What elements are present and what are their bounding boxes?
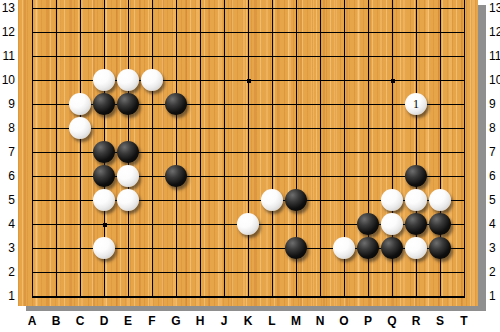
stone-black-M5 [285, 189, 307, 211]
coord-col-O: O [332, 312, 356, 330]
coord-col-D: D [92, 312, 116, 330]
stone-black-D7 [93, 141, 115, 163]
coord-row-right-7: 7 [489, 144, 500, 160]
grid-line-row-2 [32, 272, 465, 273]
coord-col-F: F [140, 312, 164, 330]
grid-line-row-8 [32, 128, 465, 129]
coord-col-Q: Q [380, 312, 404, 330]
grid-line-col-N [320, 0, 321, 298]
coord-col-E: E [116, 312, 140, 330]
coord-col-C: C [68, 312, 92, 330]
grid-line-col-A [32, 0, 33, 298]
stone-black-M3 [285, 237, 307, 259]
coord-col-J: J [212, 312, 236, 330]
coord-col-P: P [356, 312, 380, 330]
coord-row-left-6: 6 [0, 168, 15, 184]
coord-col-A: A [20, 312, 44, 330]
coord-row-right-3: 3 [489, 240, 500, 256]
star-point-D4 [103, 223, 107, 227]
stone-black-Q3 [381, 237, 403, 259]
coord-row-left-3: 3 [0, 240, 15, 256]
stone-white-D5 [93, 189, 115, 211]
coord-col-N: N [308, 312, 332, 330]
coord-col-K: K [236, 312, 260, 330]
stone-white-E5 [117, 189, 139, 211]
stone-black-S4 [429, 213, 451, 235]
coord-row-left-7: 7 [0, 144, 15, 160]
stone-white-R9: 1 [405, 93, 427, 115]
coord-row-left-8: 8 [0, 120, 15, 136]
stone-white-R3 [405, 237, 427, 259]
stone-white-C8 [69, 117, 91, 139]
coord-row-right-5: 5 [489, 192, 500, 208]
grid-line-row-13 [32, 8, 465, 9]
stone-black-P4 [357, 213, 379, 235]
coord-row-right-11: 11 [489, 48, 500, 64]
coord-col-S: S [428, 312, 452, 330]
grid-line-row-1 [32, 296, 465, 298]
grid-line-col-C [80, 0, 81, 298]
grid-line-col-K [248, 0, 249, 298]
coord-row-right-10: 10 [489, 72, 500, 88]
stone-white-O3 [333, 237, 355, 259]
grid-line-row-11 [32, 56, 465, 57]
coord-row-left-1: 1 [0, 288, 15, 304]
coord-row-left-11: 11 [0, 48, 15, 64]
stone-black-D6 [93, 165, 115, 187]
coord-col-H: H [188, 312, 212, 330]
star-point-K10 [247, 79, 251, 83]
coord-row-left-12: 12 [0, 24, 15, 40]
stone-black-G6 [165, 165, 187, 187]
coord-row-right-12: 12 [489, 24, 500, 40]
coord-row-left-4: 4 [0, 216, 15, 232]
coord-col-T: T [452, 312, 476, 330]
stone-black-P3 [357, 237, 379, 259]
stone-black-D9 [93, 93, 115, 115]
grid-line-col-B [56, 0, 57, 298]
stone-white-S5 [429, 189, 451, 211]
coord-row-right-8: 8 [489, 120, 500, 136]
stone-black-E7 [117, 141, 139, 163]
star-point-Q10 [391, 79, 395, 83]
stone-white-R5 [405, 189, 427, 211]
coord-row-left-5: 5 [0, 192, 15, 208]
stone-white-Q4 [381, 213, 403, 235]
coord-col-M: M [284, 312, 308, 330]
coord-row-right-9: 9 [489, 96, 500, 112]
coord-row-left-10: 10 [0, 72, 15, 88]
grid-line-col-G [176, 0, 177, 298]
grid-line-col-H [200, 0, 201, 298]
stone-white-F10 [141, 69, 163, 91]
stone-black-R6 [405, 165, 427, 187]
grid-line-col-J [224, 0, 225, 298]
coord-col-G: G [164, 312, 188, 330]
stone-white-L5 [261, 189, 283, 211]
stone-white-K4 [237, 213, 259, 235]
grid-line-row-12 [32, 32, 465, 33]
stone-white-D10 [93, 69, 115, 91]
stone-black-E9 [117, 93, 139, 115]
grid-line-col-F [152, 0, 153, 298]
coord-col-B: B [44, 312, 68, 330]
coord-col-R: R [404, 312, 428, 330]
coord-row-right-2: 2 [489, 264, 500, 280]
grid-line-col-L [272, 0, 273, 298]
move-number-label: 1 [405, 93, 427, 115]
coord-row-right-4: 4 [489, 216, 500, 232]
stone-white-E10 [117, 69, 139, 91]
coord-col-L: L [260, 312, 284, 330]
coord-row-left-9: 9 [0, 96, 15, 112]
coord-row-right-1: 1 [489, 288, 500, 304]
stone-white-Q5 [381, 189, 403, 211]
stone-black-S3 [429, 237, 451, 259]
coord-row-right-6: 6 [489, 168, 500, 184]
go-board[interactable]: 1 [18, 0, 478, 306]
grid-line-col-T [464, 0, 465, 298]
stone-white-E6 [117, 165, 139, 187]
coord-row-right-13: 13 [489, 0, 500, 16]
stone-white-D3 [93, 237, 115, 259]
go-diagram-page: 1 1313121211111010998877665544332211ABCD… [0, 0, 500, 332]
stone-black-R4 [405, 213, 427, 235]
coord-row-left-13: 13 [0, 0, 15, 16]
stone-black-G9 [165, 93, 187, 115]
coord-row-left-2: 2 [0, 264, 15, 280]
stone-white-C9 [69, 93, 91, 115]
